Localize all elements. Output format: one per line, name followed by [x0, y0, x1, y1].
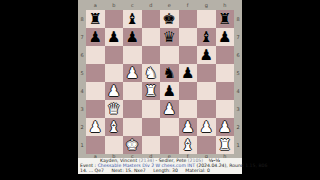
coordinate-label: 8: [234, 10, 242, 28]
coordinate-label: 1: [78, 136, 86, 154]
white-bishop-b2: ♝: [105, 118, 124, 136]
square-d7: [142, 28, 161, 46]
square-g8: [197, 10, 216, 28]
square-a2: ♟: [86, 118, 105, 136]
square-b3: ♛: [105, 100, 124, 118]
coordinate-label: f: [179, 2, 198, 9]
square-e2: [160, 118, 179, 136]
black-pawn-f5: ♟: [179, 64, 198, 82]
square-h1: ♜: [216, 136, 235, 154]
coordinate-label: 1: [234, 136, 242, 154]
square-d2: [142, 118, 161, 136]
square-g4: [197, 82, 216, 100]
square-f6: [179, 46, 198, 64]
square-b6: [105, 46, 124, 64]
square-h7: ♟: [216, 28, 235, 46]
square-b1: [105, 136, 124, 154]
square-g3: [197, 100, 216, 118]
coordinate-label: 8: [78, 10, 86, 28]
left-letterbox-bar: [0, 0, 78, 180]
black-pawn-e4: ♟: [160, 82, 179, 100]
bottom-letterbox-bar: [0, 174, 320, 180]
square-f7: [179, 28, 198, 46]
white-pawn-c5: ♟: [123, 64, 142, 82]
black-pawn-b7: ♟: [105, 28, 124, 46]
square-c5: ♟: [123, 64, 142, 82]
next-move: Next: 15. Nxe7: [111, 168, 145, 173]
coordinate-label: 2: [78, 118, 86, 136]
coordinate-label: a: [86, 2, 105, 9]
coordinate-label: 4: [78, 82, 86, 100]
coordinate-label: e: [160, 2, 179, 9]
chess-board: ♜♝♚♜♟♟♟♛♝♟♟♟♞♞♟♟♜♟♛♟♟♝♟♟♟♚♝♜: [86, 10, 234, 154]
square-a8: ♜: [86, 10, 105, 28]
coordinate-label: 5: [78, 64, 86, 82]
square-d6: [142, 46, 161, 64]
square-c7: ♟: [123, 28, 142, 46]
square-f2: ♟: [179, 118, 198, 136]
square-c8: ♝: [123, 10, 142, 28]
coordinate-label: g: [197, 2, 216, 9]
square-f1: ♝: [179, 136, 198, 154]
white-king-c1: ♚: [123, 136, 142, 154]
black-pawn-c7: ♟: [123, 28, 142, 46]
coordinate-label: h: [216, 2, 235, 9]
move-info-line: 14. ... Qe7 Next: 15. Nxe7 Length: 30 Ma…: [78, 168, 242, 173]
coordinate-label: b: [105, 2, 124, 9]
square-e8: ♚: [160, 10, 179, 28]
coordinate-label: 7: [234, 28, 242, 46]
white-queen-b3: ♛: [105, 100, 124, 118]
square-f4: [179, 82, 198, 100]
square-e5: ♞: [160, 64, 179, 82]
square-g7: ♝: [197, 28, 216, 46]
square-a5: [86, 64, 105, 82]
right-letterbox-bar: [242, 0, 320, 180]
square-a6: [86, 46, 105, 64]
black-king-e8: ♚: [160, 10, 179, 28]
square-g2: ♟: [197, 118, 216, 136]
coordinate-label: d: [142, 2, 161, 9]
square-f3: [179, 100, 198, 118]
square-f5: ♟: [179, 64, 198, 82]
white-pawn-h2: ♟: [216, 118, 235, 136]
square-d3: [142, 100, 161, 118]
black-pawn-g6: ♟: [197, 46, 216, 64]
video-frame: abcdefgh 87654321 87654321 ♜♝♚♜♟♟♟♛♝♟♟♟♞…: [0, 0, 320, 180]
square-c6: [123, 46, 142, 64]
square-g5: [197, 64, 216, 82]
square-b7: ♟: [105, 28, 124, 46]
black-rook-a8: ♜: [86, 10, 105, 28]
game-info-caption: Kayden, Vincent (2134) - Sedler, Pete (2…: [78, 158, 242, 174]
file-labels-top: abcdefgh: [86, 2, 234, 9]
last-move: 14. ... Qe7: [80, 168, 104, 173]
white-rook-d4: ♜: [142, 82, 161, 100]
square-e4: ♟: [160, 82, 179, 100]
square-d8: [142, 10, 161, 28]
square-f8: [179, 10, 198, 28]
white-pawn-e3: ♟: [160, 100, 179, 118]
white-pawn-f2: ♟: [179, 118, 198, 136]
coordinate-label: 3: [234, 100, 242, 118]
coordinate-label: 5: [234, 64, 242, 82]
square-d1: [142, 136, 161, 154]
coordinate-label: 6: [234, 46, 242, 64]
square-c4: [123, 82, 142, 100]
square-d4: ♜: [142, 82, 161, 100]
square-e7: ♛: [160, 28, 179, 46]
black-pawn-a7: ♟: [86, 28, 105, 46]
coordinate-label: 3: [78, 100, 86, 118]
white-pawn-g2: ♟: [197, 118, 216, 136]
rank-labels-left: 87654321: [78, 10, 86, 154]
square-b4: ♟: [105, 82, 124, 100]
black-bishop-c8: ♝: [123, 10, 142, 28]
square-h5: [216, 64, 235, 82]
square-c3: [123, 100, 142, 118]
square-h6: [216, 46, 235, 64]
black-bishop-g7: ♝: [197, 28, 216, 46]
square-g1: [197, 136, 216, 154]
coordinate-label: 6: [78, 46, 86, 64]
coordinate-label: 7: [78, 28, 86, 46]
rank-labels-right: 87654321: [234, 10, 242, 154]
square-g6: ♟: [197, 46, 216, 64]
coordinate-label: 2: [234, 118, 242, 136]
square-a7: ♟: [86, 28, 105, 46]
square-c1: ♚: [123, 136, 142, 154]
square-d5: ♞: [142, 64, 161, 82]
white-knight-d5: ♞: [142, 64, 161, 82]
square-a4: [86, 82, 105, 100]
square-h4: [216, 82, 235, 100]
square-b8: [105, 10, 124, 28]
square-e3: ♟: [160, 100, 179, 118]
square-h2: ♟: [216, 118, 235, 136]
black-pawn-h7: ♟: [216, 28, 235, 46]
square-b2: ♝: [105, 118, 124, 136]
coordinate-label: c: [123, 2, 142, 9]
white-rook-h1: ♜: [216, 136, 235, 154]
black-queen-e7: ♛: [160, 28, 179, 46]
white-pawn-b4: ♟: [105, 82, 124, 100]
material-balance: Material: 0: [185, 168, 210, 173]
square-h8: ♜: [216, 10, 235, 28]
black-knight-e5: ♞: [160, 64, 179, 82]
chess-diagram-panel: abcdefgh 87654321 87654321 ♜♝♚♜♟♟♟♛♝♟♟♟♞…: [78, 0, 242, 174]
square-c2: [123, 118, 142, 136]
black-rook-h8: ♜: [216, 10, 235, 28]
white-pawn-a2: ♟: [86, 118, 105, 136]
square-a1: [86, 136, 105, 154]
square-e6: [160, 46, 179, 64]
square-b5: [105, 64, 124, 82]
white-bishop-f1: ♝: [179, 136, 198, 154]
coordinate-label: 4: [234, 82, 242, 100]
game-length: Length: 30: [153, 168, 178, 173]
square-a3: [86, 100, 105, 118]
square-h3: [216, 100, 235, 118]
square-e1: [160, 136, 179, 154]
